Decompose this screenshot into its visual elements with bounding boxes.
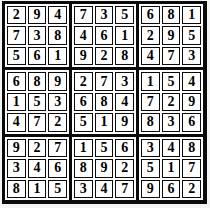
sudoku-cell-r1c8[interactable]: 8 xyxy=(162,6,181,24)
sudoku-cell-r3c8[interactable]: 7 xyxy=(162,47,181,65)
sudoku-cell-r1c5[interactable]: 3 xyxy=(95,6,114,24)
sudoku-cell-r2c6[interactable]: 1 xyxy=(115,26,134,44)
sudoku-cell-r8c7[interactable]: 5 xyxy=(141,159,160,177)
sudoku-cell-r1c7[interactable]: 6 xyxy=(141,6,160,24)
sudoku-cell-r2c1[interactable]: 7 xyxy=(7,26,26,44)
sudoku-cell-r5c8[interactable]: 2 xyxy=(162,93,181,111)
sudoku-cell-r4c9[interactable]: 4 xyxy=(182,72,201,90)
sudoku-cell-r1c3[interactable]: 4 xyxy=(48,6,67,24)
sudoku-box: 348517962 xyxy=(139,137,203,200)
sudoku-cell-r7c5[interactable]: 5 xyxy=(95,139,114,157)
sudoku-cell-r7c9[interactable]: 8 xyxy=(182,139,201,157)
sudoku-cell-r2c9[interactable]: 5 xyxy=(182,26,201,44)
sudoku-cell-r6c7[interactable]: 8 xyxy=(141,113,160,131)
sudoku-cell-r4c5[interactable]: 7 xyxy=(95,72,114,90)
sudoku-box: 927346815 xyxy=(5,137,69,200)
sudoku-cell-r5c9[interactable]: 9 xyxy=(182,93,201,111)
sudoku-cell-r9c1[interactable]: 8 xyxy=(7,180,26,198)
sudoku-cell-r8c3[interactable]: 6 xyxy=(48,159,67,177)
sudoku-box: 735461928 xyxy=(72,4,136,67)
sudoku-cell-r6c8[interactable]: 3 xyxy=(162,113,181,131)
sudoku-cell-r7c2[interactable]: 2 xyxy=(28,139,47,157)
sudoku-cell-r5c6[interactable]: 4 xyxy=(115,93,134,111)
sudoku-cell-r4c7[interactable]: 1 xyxy=(141,72,160,90)
sudoku-cell-r1c2[interactable]: 9 xyxy=(28,6,47,24)
sudoku-cell-r8c6[interactable]: 2 xyxy=(115,159,134,177)
sudoku-cell-r9c2[interactable]: 1 xyxy=(28,180,47,198)
sudoku-board: 2947385617354619286812954736891534722736… xyxy=(2,1,207,204)
sudoku-cell-r5c5[interactable]: 8 xyxy=(95,93,114,111)
sudoku-box: 689153472 xyxy=(5,70,69,133)
sudoku-cell-r3c6[interactable]: 8 xyxy=(115,47,134,65)
sudoku-box: 294738561 xyxy=(5,4,69,67)
sudoku-cell-r3c7[interactable]: 4 xyxy=(141,47,160,65)
sudoku-cell-r3c9[interactable]: 3 xyxy=(182,47,201,65)
sudoku-cell-r5c4[interactable]: 6 xyxy=(74,93,93,111)
sudoku-cell-r4c3[interactable]: 9 xyxy=(48,72,67,90)
sudoku-cell-r3c1[interactable]: 5 xyxy=(7,47,26,65)
sudoku-cell-r2c3[interactable]: 8 xyxy=(48,26,67,44)
sudoku-cell-r8c4[interactable]: 8 xyxy=(74,159,93,177)
sudoku-cell-r9c6[interactable]: 7 xyxy=(115,180,134,198)
sudoku-cell-r6c2[interactable]: 7 xyxy=(28,113,47,131)
sudoku-cell-r9c5[interactable]: 4 xyxy=(95,180,114,198)
sudoku-cell-r9c7[interactable]: 9 xyxy=(141,180,160,198)
sudoku-cell-r5c7[interactable]: 7 xyxy=(141,93,160,111)
sudoku-box: 156892347 xyxy=(72,137,136,200)
sudoku-cell-r2c4[interactable]: 4 xyxy=(74,26,93,44)
sudoku-cell-r7c4[interactable]: 1 xyxy=(74,139,93,157)
sudoku-cell-r6c3[interactable]: 2 xyxy=(48,113,67,131)
sudoku-cell-r6c6[interactable]: 9 xyxy=(115,113,134,131)
sudoku-cell-r5c2[interactable]: 5 xyxy=(28,93,47,111)
sudoku-cell-r9c4[interactable]: 3 xyxy=(74,180,93,198)
sudoku-cell-r3c4[interactable]: 9 xyxy=(74,47,93,65)
sudoku-cell-r7c6[interactable]: 6 xyxy=(115,139,134,157)
sudoku-cell-r3c2[interactable]: 6 xyxy=(28,47,47,65)
sudoku-cell-r2c7[interactable]: 2 xyxy=(141,26,160,44)
sudoku-cell-r2c8[interactable]: 9 xyxy=(162,26,181,44)
sudoku-cell-r4c8[interactable]: 5 xyxy=(162,72,181,90)
sudoku-cell-r1c4[interactable]: 7 xyxy=(74,6,93,24)
sudoku-cell-r3c3[interactable]: 1 xyxy=(48,47,67,65)
sudoku-cell-r5c1[interactable]: 1 xyxy=(7,93,26,111)
sudoku-cell-r4c1[interactable]: 6 xyxy=(7,72,26,90)
sudoku-cell-r9c3[interactable]: 5 xyxy=(48,180,67,198)
sudoku-cell-r9c8[interactable]: 6 xyxy=(162,180,181,198)
sudoku-cell-r2c2[interactable]: 3 xyxy=(28,26,47,44)
sudoku-cell-r3c5[interactable]: 2 xyxy=(95,47,114,65)
sudoku-cell-r8c9[interactable]: 7 xyxy=(182,159,201,177)
sudoku-box: 154729836 xyxy=(139,70,203,133)
sudoku-cell-r9c9[interactable]: 2 xyxy=(182,180,201,198)
sudoku-cell-r8c2[interactable]: 4 xyxy=(28,159,47,177)
sudoku-cell-r8c8[interactable]: 1 xyxy=(162,159,181,177)
sudoku-cell-r1c9[interactable]: 1 xyxy=(182,6,201,24)
sudoku-cell-r6c9[interactable]: 6 xyxy=(182,113,201,131)
sudoku-cell-r6c5[interactable]: 1 xyxy=(95,113,114,131)
sudoku-cell-r4c6[interactable]: 3 xyxy=(115,72,134,90)
sudoku-cell-r5c3[interactable]: 3 xyxy=(48,93,67,111)
sudoku-cell-r7c8[interactable]: 4 xyxy=(162,139,181,157)
sudoku-box: 273684519 xyxy=(72,70,136,133)
sudoku-cell-r6c4[interactable]: 5 xyxy=(74,113,93,131)
sudoku-cell-r1c6[interactable]: 5 xyxy=(115,6,134,24)
sudoku-cell-r6c1[interactable]: 4 xyxy=(7,113,26,131)
sudoku-cell-r4c4[interactable]: 2 xyxy=(74,72,93,90)
sudoku-cell-r7c7[interactable]: 3 xyxy=(141,139,160,157)
sudoku-cell-r1c1[interactable]: 2 xyxy=(7,6,26,24)
sudoku-cell-r4c2[interactable]: 8 xyxy=(28,72,47,90)
sudoku-cell-r8c5[interactable]: 9 xyxy=(95,159,114,177)
sudoku-cell-r7c3[interactable]: 7 xyxy=(48,139,67,157)
sudoku-cell-r8c1[interactable]: 3 xyxy=(7,159,26,177)
sudoku-cell-r2c5[interactable]: 6 xyxy=(95,26,114,44)
sudoku-cell-r7c1[interactable]: 9 xyxy=(7,139,26,157)
sudoku-box: 681295473 xyxy=(139,4,203,67)
